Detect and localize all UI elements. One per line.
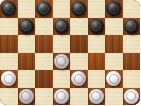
square-r4c6[interactable] [105, 70, 123, 88]
black-piece[interactable] [71, 1, 86, 16]
square-r5c1[interactable] [18, 88, 36, 106]
square-r0c3[interactable] [53, 0, 71, 18]
square-r5c6[interactable] [105, 88, 123, 106]
square-r2c5[interactable] [88, 35, 106, 53]
black-piece[interactable] [89, 19, 104, 34]
square-r4c4[interactable] [70, 70, 88, 88]
square-r1c3[interactable] [53, 18, 71, 36]
square-r2c2[interactable] [35, 35, 53, 53]
square-r1c7[interactable] [123, 18, 141, 36]
square-r1c1[interactable] [18, 18, 36, 36]
square-r2c7[interactable] [123, 35, 141, 53]
white-piece[interactable] [54, 89, 69, 104]
square-r2c1[interactable] [18, 35, 36, 53]
square-r3c6[interactable] [105, 53, 123, 71]
square-r1c5[interactable] [88, 18, 106, 36]
square-r5c7[interactable] [123, 88, 141, 106]
square-r5c5[interactable] [88, 88, 106, 106]
square-r5c0[interactable] [0, 88, 18, 106]
square-r2c6[interactable] [105, 35, 123, 53]
square-r4c5[interactable] [88, 70, 106, 88]
square-r3c5[interactable] [88, 53, 106, 71]
square-r2c0[interactable] [0, 35, 18, 53]
black-piece[interactable] [54, 19, 69, 34]
square-r3c2[interactable] [35, 53, 53, 71]
square-r4c7[interactable] [123, 70, 141, 88]
square-r0c0[interactable] [0, 0, 18, 18]
square-r2c3[interactable] [53, 35, 71, 53]
square-r2c4[interactable] [70, 35, 88, 53]
square-r4c1[interactable] [18, 70, 36, 88]
white-piece[interactable] [89, 89, 104, 104]
square-r1c0[interactable] [0, 18, 18, 36]
black-piece[interactable] [106, 1, 121, 16]
square-r3c1[interactable] [18, 53, 36, 71]
square-r1c2[interactable] [35, 18, 53, 36]
black-piece[interactable] [124, 19, 139, 34]
white-piece[interactable] [19, 89, 34, 104]
square-r4c3[interactable] [53, 70, 71, 88]
square-r5c4[interactable] [70, 88, 88, 106]
square-r3c4[interactable] [70, 53, 88, 71]
square-r0c2[interactable] [35, 0, 53, 18]
square-r1c6[interactable] [105, 18, 123, 36]
square-r3c3[interactable] [53, 53, 71, 71]
square-r4c0[interactable] [0, 70, 18, 88]
white-piece[interactable] [1, 71, 16, 86]
square-r5c3[interactable] [53, 88, 71, 106]
square-r1c4[interactable] [70, 18, 88, 36]
white-piece[interactable] [54, 54, 69, 69]
square-r0c6[interactable] [105, 0, 123, 18]
square-r0c7[interactable] [123, 0, 141, 18]
square-r0c4[interactable] [70, 0, 88, 18]
square-r0c1[interactable] [18, 0, 36, 18]
white-piece[interactable] [124, 89, 139, 104]
white-piece[interactable] [71, 71, 86, 86]
square-r4c2[interactable] [35, 70, 53, 88]
white-piece[interactable] [106, 71, 121, 86]
checkers-board [0, 0, 140, 105]
square-r3c7[interactable] [123, 53, 141, 71]
square-r0c5[interactable] [88, 0, 106, 18]
square-r3c0[interactable] [0, 53, 18, 71]
black-piece[interactable] [19, 19, 34, 34]
black-piece[interactable] [36, 1, 51, 16]
square-r5c2[interactable] [35, 88, 53, 106]
black-piece[interactable] [1, 1, 16, 16]
